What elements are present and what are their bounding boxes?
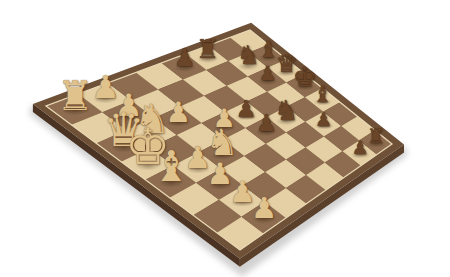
piece-shadow — [350, 151, 370, 158]
piece-shadow — [93, 95, 118, 104]
piece-shadow — [257, 78, 278, 85]
piece-shadow — [135, 161, 160, 170]
piece-shadow — [116, 113, 141, 122]
piece-shadow — [313, 98, 333, 105]
chess-board — [0, 0, 450, 277]
piece-shadow — [111, 143, 137, 152]
piece-shadow — [277, 69, 297, 76]
piece-shadow — [366, 141, 385, 148]
piece-shadow — [295, 84, 315, 91]
piece-shadow — [159, 179, 184, 188]
piece-shadow — [314, 122, 334, 129]
piece-shadow — [213, 124, 236, 132]
piece-shadow — [235, 113, 257, 121]
piece-shadow — [197, 56, 219, 64]
piece-shadow — [173, 64, 196, 72]
chess-set-photo: ♝♜♞♟♛♟♚♟♝♜♟♟♞♟♟♟♟♞♜♛♟♞♚♟♝♟♟♟ — [0, 0, 450, 277]
piece-shadow — [140, 130, 165, 139]
piece-shadow — [255, 128, 277, 136]
